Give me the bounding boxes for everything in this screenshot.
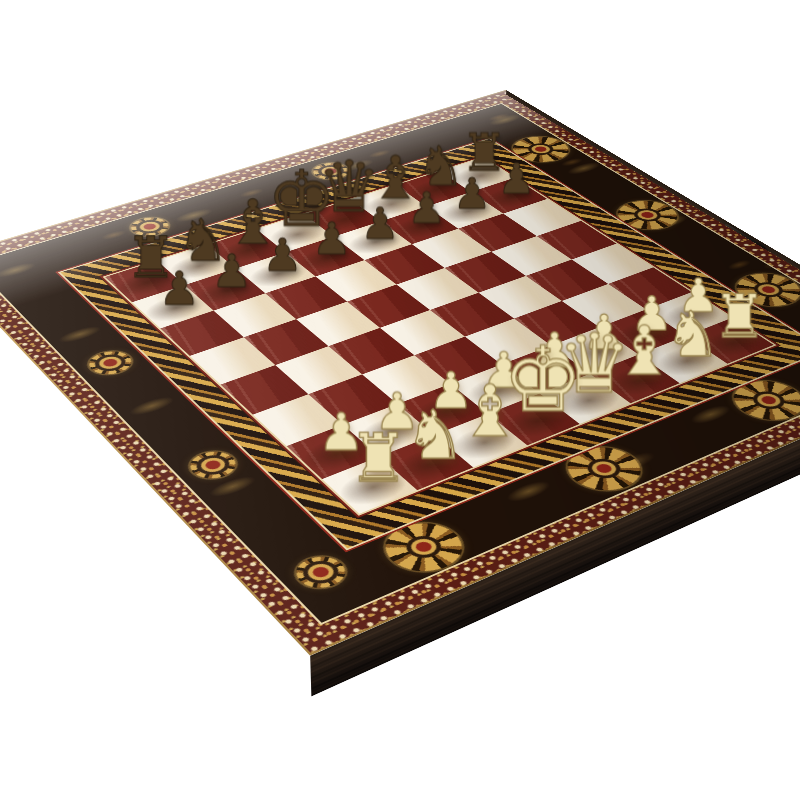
product-photo-scene: ♜♞♝♛♚♝♞♜♟♟♟♟♟♟♟♟♟♟♟♟♟♟♟♟♜♞♝♛♚♝♞♜ [0,0,800,800]
flower-ornament-icon [287,551,354,594]
flower-ornament-icon [182,447,244,484]
chess-box: ♜♞♝♛♚♝♞♜♟♟♟♟♟♟♟♟♟♟♟♟♟♟♟♟♜♞♝♛♚♝♞♜ [0,90,800,656]
white-rook-glyph: ♜ [309,425,447,492]
black-pawn-glyph: ♟ [119,265,239,311]
